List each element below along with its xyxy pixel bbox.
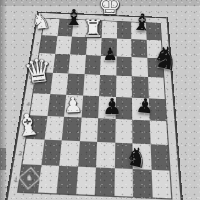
photo-edge-smudge xyxy=(0,148,6,170)
square-c1 xyxy=(57,166,78,195)
board-grid: ♞ xyxy=(18,19,171,199)
square-f3 xyxy=(115,119,133,144)
square-e4 xyxy=(98,96,115,119)
square-d5 xyxy=(83,74,100,95)
rank-label-2: 2 xyxy=(17,149,25,156)
square-h4 xyxy=(148,98,166,121)
square-g5 xyxy=(132,77,149,98)
square-g6 xyxy=(132,57,148,77)
square-e2 xyxy=(96,142,115,168)
rank-label-5: 5 xyxy=(28,80,35,85)
square-g7 xyxy=(131,39,147,58)
square-h1 xyxy=(151,170,171,199)
square-e8 xyxy=(102,21,117,39)
photo-top-shade xyxy=(0,0,200,6)
square-c6 xyxy=(68,55,85,75)
square-d4 xyxy=(81,95,99,118)
square-d7 xyxy=(85,37,101,56)
photo-left-shade xyxy=(0,0,7,200)
square-h3 xyxy=(149,120,168,145)
file-label-a: a xyxy=(23,199,28,200)
square-h6 xyxy=(147,58,164,78)
square-g4 xyxy=(132,97,149,120)
square-e7 xyxy=(101,38,117,57)
rank-label-1: 1 xyxy=(12,176,20,183)
rank-label-8: 8 xyxy=(38,24,44,28)
rank-label-3: 3 xyxy=(21,125,28,131)
square-e1 xyxy=(95,167,115,196)
square-c2 xyxy=(59,140,79,166)
rank-label-6: 6 xyxy=(32,60,38,65)
file-label-b: b xyxy=(43,199,48,200)
square-c3 xyxy=(62,116,81,140)
square-e3 xyxy=(97,118,115,143)
square-f1 xyxy=(114,168,133,197)
square-f4 xyxy=(115,96,132,119)
square-e6 xyxy=(100,56,116,76)
square-f8 xyxy=(116,22,131,40)
square-g8 xyxy=(131,22,146,40)
square-g2 xyxy=(132,143,151,170)
square-h8 xyxy=(146,23,161,41)
rank-label-4: 4 xyxy=(25,101,32,107)
rank-label-7: 7 xyxy=(35,41,41,46)
square-h2 xyxy=(150,144,169,171)
square-d6 xyxy=(84,55,101,75)
square-c8 xyxy=(72,20,88,38)
square-c4 xyxy=(64,94,83,117)
square-h7 xyxy=(146,40,162,59)
square-h5 xyxy=(148,77,165,98)
chess-board: ♞ CHESS 87654321abcdefgh xyxy=(4,11,185,200)
square-d3 xyxy=(79,117,98,142)
chess-board-photo: ♞ CHESS 87654321abcdefgh ♞♝♜♚♝♟♛♟♟♟♝♞♞ xyxy=(0,0,200,200)
square-d8 xyxy=(87,20,103,38)
square-d1 xyxy=(76,166,96,195)
square-g3 xyxy=(132,119,150,144)
square-c5 xyxy=(66,74,84,95)
square-f5 xyxy=(116,76,132,97)
square-e5 xyxy=(99,75,116,96)
square-f6 xyxy=(116,57,132,77)
square-f2 xyxy=(114,142,132,168)
square-f7 xyxy=(116,39,131,58)
square-g1 xyxy=(133,169,152,198)
square-d2 xyxy=(78,141,97,167)
square-c7 xyxy=(70,37,87,56)
